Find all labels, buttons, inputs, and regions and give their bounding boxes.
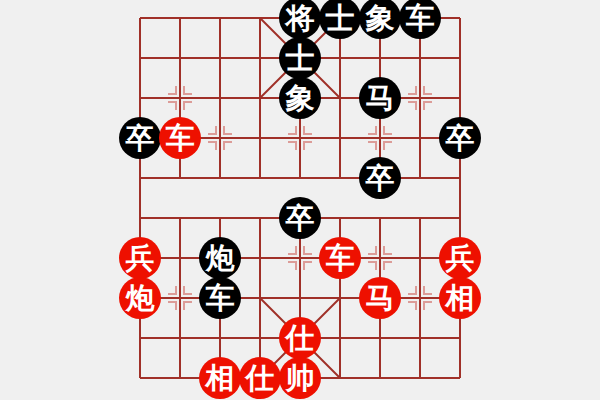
board-point[interactable] [400, 358, 440, 398]
piece-black-elephant[interactable]: 象 [279, 77, 321, 119]
board-point[interactable] [400, 158, 440, 198]
piece-red-soldier[interactable]: 兵 [119, 237, 161, 279]
board-point[interactable]: 士 [280, 38, 320, 78]
board-point[interactable] [280, 118, 320, 158]
board-point[interactable] [240, 278, 280, 318]
piece-red-advisor[interactable]: 仕 [279, 317, 321, 359]
board-point[interactable]: 马 [360, 78, 400, 118]
piece-black-general[interactable]: 将 [279, 0, 321, 39]
piece-black-soldier[interactable]: 卒 [279, 197, 321, 239]
board-point[interactable] [320, 78, 360, 118]
piece-red-cannon[interactable]: 炮 [119, 277, 161, 319]
piece-black-soldier[interactable]: 卒 [359, 157, 401, 199]
piece-red-elephant[interactable]: 相 [199, 357, 241, 399]
board-point[interactable] [240, 0, 280, 38]
board-point[interactable] [240, 78, 280, 118]
board-point[interactable]: 炮 [120, 278, 160, 318]
piece-red-soldier[interactable]: 兵 [439, 237, 481, 279]
board-point[interactable] [360, 238, 400, 278]
board-point[interactable] [320, 118, 360, 158]
board-point[interactable] [200, 38, 240, 78]
board-point[interactable] [440, 318, 480, 358]
board-point[interactable]: 相 [200, 358, 240, 398]
piece-red-chariot[interactable]: 车 [159, 117, 201, 159]
board-point[interactable] [160, 78, 200, 118]
board-point[interactable] [120, 0, 160, 38]
piece-red-chariot[interactable]: 车 [319, 237, 361, 279]
board-point[interactable] [400, 278, 440, 318]
board-point[interactable]: 卒 [360, 158, 400, 198]
board-point[interactable] [160, 0, 200, 38]
board-point[interactable] [440, 38, 480, 78]
board-point[interactable] [320, 38, 360, 78]
board-point[interactable] [280, 238, 320, 278]
board-point[interactable] [360, 318, 400, 358]
board-point[interactable]: 帅 [280, 358, 320, 398]
board-point[interactable] [440, 358, 480, 398]
board-point[interactable] [320, 198, 360, 238]
board-point[interactable] [240, 238, 280, 278]
board-point[interactable] [400, 118, 440, 158]
board-point[interactable] [400, 38, 440, 78]
board-point[interactable] [200, 0, 240, 38]
board-point[interactable] [120, 318, 160, 358]
board-point[interactable]: 象 [360, 0, 400, 38]
board-point[interactable]: 卒 [440, 118, 480, 158]
board-point[interactable]: 仕 [240, 358, 280, 398]
board-point[interactable] [160, 198, 200, 238]
piece-black-advisor[interactable]: 士 [319, 0, 361, 39]
piece-black-elephant[interactable]: 象 [359, 0, 401, 39]
piece-red-horse[interactable]: 马 [359, 277, 401, 319]
board-point[interactable] [240, 318, 280, 358]
board-point[interactable]: 车 [200, 278, 240, 318]
board-point[interactable] [440, 78, 480, 118]
board-point[interactable] [440, 0, 480, 38]
piece-black-horse[interactable]: 马 [359, 77, 401, 119]
board-point[interactable]: 兵 [120, 238, 160, 278]
board-point[interactable] [280, 158, 320, 198]
screenshot-root: 将士象车士象马卒车卒卒卒兵炮车兵炮车马相仕相仕帅 [0, 0, 600, 400]
board-point[interactable] [160, 278, 200, 318]
board-point[interactable] [160, 358, 200, 398]
board-point[interactable] [240, 198, 280, 238]
piece-black-soldier[interactable]: 卒 [439, 117, 481, 159]
piece-red-general[interactable]: 帅 [279, 357, 321, 399]
board-point[interactable] [400, 198, 440, 238]
piece-red-elephant[interactable]: 相 [439, 277, 481, 319]
board-point[interactable] [200, 118, 240, 158]
board-point[interactable]: 相 [440, 278, 480, 318]
board-point[interactable]: 炮 [200, 238, 240, 278]
board-point[interactable] [240, 38, 280, 78]
board-point[interactable] [360, 38, 400, 78]
board-point[interactable]: 车 [320, 238, 360, 278]
board-point[interactable] [320, 158, 360, 198]
board-point[interactable] [160, 238, 200, 278]
board-point[interactable] [320, 358, 360, 398]
board-intersections: 将士象车士象马卒车卒卒卒兵炮车兵炮车马相仕相仕帅 [120, 0, 480, 398]
board-point[interactable] [200, 78, 240, 118]
board-point[interactable] [240, 158, 280, 198]
board-point[interactable] [320, 318, 360, 358]
board-point[interactable] [360, 358, 400, 398]
board-point[interactable]: 象 [280, 78, 320, 118]
piece-black-soldier[interactable]: 卒 [119, 117, 161, 159]
board-point[interactable] [240, 118, 280, 158]
board-point[interactable] [120, 358, 160, 398]
board-point[interactable] [200, 198, 240, 238]
board-point[interactable] [160, 318, 200, 358]
board-point[interactable] [280, 278, 320, 318]
board-point[interactable]: 马 [360, 278, 400, 318]
board-point[interactable]: 仕 [280, 318, 320, 358]
board-point[interactable] [360, 198, 400, 238]
board-point[interactable] [160, 38, 200, 78]
board-point[interactable]: 卒 [120, 118, 160, 158]
board-point[interactable] [120, 198, 160, 238]
board-point[interactable]: 士 [320, 0, 360, 38]
board-point[interactable]: 卒 [280, 198, 320, 238]
board-point[interactable] [400, 78, 440, 118]
board-point[interactable] [400, 318, 440, 358]
board-point[interactable] [440, 198, 480, 238]
piece-black-advisor[interactable]: 士 [279, 37, 321, 79]
board-point[interactable] [120, 38, 160, 78]
board-point[interactable] [200, 158, 240, 198]
piece-black-chariot[interactable]: 车 [199, 277, 241, 319]
board-point[interactable] [120, 158, 160, 198]
board-point[interactable]: 将 [280, 0, 320, 38]
piece-red-advisor[interactable]: 仕 [239, 357, 281, 399]
board-point[interactable]: 兵 [440, 238, 480, 278]
board-point[interactable] [200, 318, 240, 358]
piece-black-cannon[interactable]: 炮 [199, 237, 241, 279]
board-point[interactable] [400, 238, 440, 278]
board-point[interactable] [360, 118, 400, 158]
board-point[interactable]: 车 [160, 118, 200, 158]
board-point[interactable] [160, 158, 200, 198]
board-point[interactable]: 车 [400, 0, 440, 38]
board-point[interactable] [120, 78, 160, 118]
board-point[interactable] [320, 278, 360, 318]
piece-black-chariot[interactable]: 车 [399, 0, 441, 39]
board-point[interactable] [440, 158, 480, 198]
